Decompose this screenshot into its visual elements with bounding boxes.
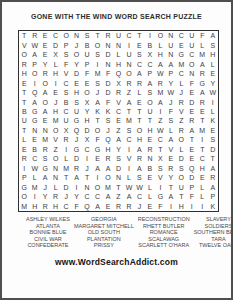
grid-cell: N <box>29 126 39 135</box>
grid-cell: O <box>50 126 60 135</box>
grid-cell: C <box>176 31 186 40</box>
grid-cell: T <box>187 135 197 144</box>
grid-cell: O <box>134 126 144 135</box>
grid-cell: O <box>19 50 29 59</box>
grid-cell: I <box>19 164 29 173</box>
grid-cell: E <box>166 154 176 163</box>
grid-cell: A <box>166 135 176 144</box>
grid-cell: C <box>29 154 39 163</box>
grid-cell: S <box>208 135 218 144</box>
grid-cell: I <box>166 202 176 211</box>
grid-cell: I <box>50 78 60 87</box>
grid-cell: W <box>155 126 165 135</box>
grid-cell: R <box>134 78 144 87</box>
grid-cell: S <box>113 154 123 163</box>
grid-cell: A <box>92 164 102 173</box>
grid-cell: A <box>124 192 134 201</box>
grid-cell: O <box>71 50 81 59</box>
grid-cell: J <box>61 192 71 201</box>
grid-cell: N <box>145 154 155 163</box>
grid-cell: T <box>208 154 218 163</box>
grid-cell: R <box>29 31 39 40</box>
grid-cell: A <box>29 97 39 106</box>
grid-cell: C <box>92 192 102 201</box>
grid-cell: E <box>113 116 123 125</box>
word-list-item: ROMANCE <box>138 229 190 236</box>
grid-cell: E <box>145 173 155 182</box>
grid-cell: T <box>19 88 29 97</box>
grid-cell: L <box>134 88 144 97</box>
grid-cell: H <box>29 202 39 211</box>
grid-cell: L <box>208 107 218 116</box>
grid-cell: A <box>197 88 207 97</box>
grid-cell: T <box>134 31 144 40</box>
grid-cell: Y <box>166 78 176 87</box>
grid-cell: R <box>176 97 186 106</box>
grid-cell: R <box>155 78 165 87</box>
grid-cell: T <box>134 107 144 116</box>
grid-cell: A <box>197 59 207 68</box>
grid-cell: A <box>92 202 102 211</box>
grid-cell: E <box>19 145 29 154</box>
grid-cell: O <box>103 173 113 182</box>
word-list-item: TARA <box>194 236 233 243</box>
grid-cell: B <box>82 40 92 49</box>
grid-cell: J <box>166 97 176 106</box>
grid-cell: A <box>103 192 113 201</box>
grid-cell: I <box>124 164 134 173</box>
word-list-item: ATLANTA <box>26 223 70 230</box>
grid-cell: M <box>155 88 165 97</box>
grid-cell: L <box>29 173 39 182</box>
grid-cell: J <box>103 126 113 135</box>
grid-cell: D <box>113 164 123 173</box>
grid-cell: L <box>155 40 165 49</box>
grid-cell: Z <box>124 88 134 97</box>
grid-cell: R <box>19 59 29 68</box>
grid-cell: E <box>40 31 50 40</box>
word-list-column: ASHLEY WILKESATLANTABONNIE BLUECIVIL WAR… <box>26 216 70 249</box>
word-list-column: GEORGIAMARGARET MITCHELLOLD SOUTHPLANTAT… <box>74 216 134 249</box>
grid-cell: S <box>61 50 71 59</box>
grid-cell: C <box>187 50 197 59</box>
grid-cell: O <box>40 78 50 87</box>
word-list: ASHLEY WILKESATLANTABONNIE BLUECIVIL WAR… <box>26 216 222 249</box>
grid-cell: C <box>61 78 71 87</box>
grid-cell: L <box>50 59 60 68</box>
grid-cell: O <box>29 69 39 78</box>
grid-cell: S <box>82 31 92 40</box>
grid-cell: C <box>197 154 207 163</box>
grid-cell: O <box>50 154 60 163</box>
grid-cell: T <box>134 116 144 125</box>
grid-cell: B <box>145 40 155 49</box>
grid-cell: E <box>208 69 218 78</box>
grid-cell: I <box>124 40 134 49</box>
grid-cell: N <box>40 126 50 135</box>
grid-cell: U <box>176 183 186 192</box>
grid-cell: A <box>166 192 176 201</box>
grid-cell: E <box>208 126 218 135</box>
grid-cell: U <box>187 40 197 49</box>
grid-cell: X <box>82 97 92 106</box>
word-list-item: SCALAWAG <box>138 236 190 243</box>
grid-cell: A <box>113 135 123 144</box>
grid-cell: Y <box>208 78 218 87</box>
grid-cell: W <box>208 88 218 97</box>
word-search-grid: TRECONSTRUCTIONCUFAVWEDPJBONNIEBLUEULSOA… <box>18 30 219 212</box>
grid-cell: Y <box>82 107 92 116</box>
grid-cell: T <box>197 116 207 125</box>
grid-cell: A <box>155 59 165 68</box>
word-list-item: SOLDIERS <box>194 223 233 230</box>
grid-cell: I <box>61 145 71 154</box>
grid-cell: U <box>187 31 197 40</box>
grid-cell: K <box>208 202 218 211</box>
grid-cell: F <box>71 202 81 211</box>
grid-cell: X <box>113 78 123 87</box>
grid-cell: D <box>103 88 113 97</box>
grid-cell: E <box>134 40 144 49</box>
grid-cell: H <box>208 50 218 59</box>
grid-cell: C <box>124 135 134 144</box>
word-list-item: SOUTHERN BELLE <box>194 229 233 236</box>
grid-cell: A <box>134 69 144 78</box>
grid-cell: N <box>50 173 60 182</box>
grid-cell: G <box>71 145 81 154</box>
grid-cell: R <box>124 202 134 211</box>
grid-cell: R <box>50 192 60 201</box>
grid-cell: M <box>124 116 134 125</box>
grid-cell: U <box>71 107 81 116</box>
word-list-item: MARGARET MITCHELL <box>74 223 134 230</box>
grid-cell: A <box>187 126 197 135</box>
grid-cell: R <box>40 69 50 78</box>
puzzle-title: GONE WITH THE WIND WORD SEARCH PUZZLE <box>2 13 231 20</box>
grid-cell: E <box>19 78 29 87</box>
grid-cell: L <box>166 126 176 135</box>
word-list-column: RECONSTRUCTIONRHETT BUTLERROMANCESCALAWA… <box>138 216 190 249</box>
grid-cell: C <box>134 192 144 201</box>
grid-cell: J <box>92 88 102 97</box>
grid-cell: G <box>92 145 102 154</box>
grid-cell: R <box>145 145 155 154</box>
grid-cell: H <box>134 135 144 144</box>
grid-cell: F <box>166 107 176 116</box>
grid-cell: G <box>155 192 165 201</box>
grid-cell: R <box>61 135 71 144</box>
grid-cell: I <box>92 59 102 68</box>
grid-cell: H <box>50 107 60 116</box>
website-url[interactable]: www.WordSearchAddict.com <box>2 257 231 267</box>
grid-cell: B <box>61 97 71 106</box>
grid-cell: Y <box>40 59 50 68</box>
word-list-item: PRISSY <box>74 242 134 249</box>
grid-cell: C <box>82 192 92 201</box>
grid-cell: F <box>82 69 92 78</box>
grid-cell: X <box>50 50 60 59</box>
grid-cell: X <box>61 126 71 135</box>
grid-cell: R <box>103 31 113 40</box>
grid-cell: P <box>208 192 218 201</box>
grid-cell: O <box>92 126 102 135</box>
grid-cell: A <box>145 78 155 87</box>
grid-cell: U <box>124 50 134 59</box>
grid-cell: I <box>145 31 155 40</box>
grid-cell: O <box>82 88 92 97</box>
grid-cell: R <box>208 173 218 182</box>
grid-cell: L <box>145 192 155 201</box>
grid-cell: W <box>29 40 39 49</box>
grid-cell: W <box>134 183 144 192</box>
grid-cell: A <box>134 164 144 173</box>
grid-cell: L <box>61 154 71 163</box>
grid-cell: S <box>103 116 113 125</box>
grid-cell: R <box>19 154 29 163</box>
grid-cell: A <box>166 59 176 68</box>
grid-cell: L <box>176 78 186 87</box>
grid-cell: E <box>145 135 155 144</box>
grid-cell: E <box>187 88 197 97</box>
grid-cell: T <box>92 116 102 125</box>
grid-cell: O <box>19 192 29 201</box>
grid-cell: T <box>197 145 207 154</box>
word-list-item: OLD SOUTH <box>74 229 134 236</box>
grid-cell: S <box>92 50 102 59</box>
grid-cell: C <box>61 202 71 211</box>
grid-cell: Q <box>71 126 81 135</box>
grid-cell: P <box>82 59 92 68</box>
grid-cell: X <box>155 154 165 163</box>
word-list-item: TWELVE OAKS <box>194 242 233 249</box>
grid-cell: A <box>29 50 39 59</box>
grid-cell: H <box>103 145 113 154</box>
grid-cell: A <box>208 164 218 173</box>
grid-cell: Y <box>40 192 50 201</box>
grid-cell: J <box>134 202 144 211</box>
grid-cell: L <box>208 59 218 68</box>
grid-cell: H <box>176 202 186 211</box>
grid-cell: U <box>166 40 176 49</box>
grid-cell: S <box>61 88 71 97</box>
grid-cell: H <box>145 126 155 135</box>
grid-cell: P <box>29 59 39 68</box>
grid-cell: A <box>40 107 50 116</box>
grid-cell: J <box>71 135 81 144</box>
grid-cell: R <box>124 78 134 87</box>
grid-cell: Z <box>155 116 165 125</box>
grid-cell: L <box>197 192 207 201</box>
grid-cell: M <box>197 126 207 135</box>
grid-cell: J <box>82 164 92 173</box>
grid-cell: E <box>29 135 39 144</box>
grid-cell: H <box>82 116 92 125</box>
grid-cell: I <box>155 107 165 116</box>
grid-cell: G <box>29 107 39 116</box>
grid-cell: I <box>197 135 207 144</box>
grid-cell: M <box>19 202 29 211</box>
grid-cell: M <box>103 183 113 192</box>
grid-cell: C <box>124 31 134 40</box>
grid-cell: P <box>145 69 155 78</box>
grid-cell: Q <box>29 88 39 97</box>
grid-cell: W <box>29 164 39 173</box>
grid-cell: V <box>124 154 134 163</box>
grid-cell: N <box>113 173 123 182</box>
grid-cell: R <box>187 116 197 125</box>
grid-cell: G <box>197 78 207 87</box>
grid-cell: V <box>166 145 176 154</box>
grid-cell: D <box>208 145 218 154</box>
grid-cell: R <box>197 69 207 78</box>
grid-cell: L <box>19 135 29 144</box>
grid-cell: I <box>29 78 39 87</box>
grid-cell: F <box>103 97 113 106</box>
grid-cell: E <box>50 88 60 97</box>
grid-cell: C <box>176 69 186 78</box>
grid-cell: F <box>187 192 197 201</box>
grid-cell: C <box>145 59 155 68</box>
grid-cell: I <box>71 183 81 192</box>
grid-cell: E <box>40 116 50 125</box>
grid-cell: A <box>134 145 144 154</box>
grid-cell: O <box>155 31 165 40</box>
grid-cell: S <box>40 154 50 163</box>
grid-cell: T <box>19 126 29 135</box>
grid-cell: L <box>197 40 207 49</box>
grid-cell: H <box>197 164 207 173</box>
grid-cell: I <box>155 183 165 192</box>
grid-cell: P <box>166 69 176 78</box>
grid-cell: J <box>71 40 81 49</box>
grid-cell: M <box>61 164 71 173</box>
word-list-item: PLANTATION <box>74 236 134 243</box>
grid-cell: A <box>103 164 113 173</box>
grid-cell: Y <box>71 192 81 201</box>
grid-cell: N <box>187 69 197 78</box>
grid-cell: E <box>197 173 207 182</box>
word-list-item: RECONSTRUCTION <box>138 216 190 223</box>
grid-cell: T <box>92 31 102 40</box>
grid-cell: O <box>61 31 71 40</box>
grid-cell: G <box>176 50 186 59</box>
grid-cell: D <box>176 154 186 163</box>
grid-cell: E <box>82 78 92 87</box>
grid-cell: K <box>103 107 113 116</box>
grid-cell: T <box>155 145 165 154</box>
grid-cell: P <box>61 40 71 49</box>
grid-cell: V <box>61 69 71 78</box>
word-list-item: ASHLEY WILKES <box>26 216 70 223</box>
grid-cell: B <box>19 107 29 116</box>
grid-cell: A <box>71 173 81 182</box>
grid-cell: A <box>40 173 50 182</box>
grid-cell: I <box>92 173 102 182</box>
grid-cell: H <box>113 59 123 68</box>
grid-cell: E <box>197 107 207 116</box>
grid-cell: S <box>208 40 218 49</box>
word-list-item: CIVIL WAR <box>26 236 70 243</box>
grid-cell: R <box>40 145 50 154</box>
grid-cell: L <box>176 145 186 154</box>
grid-cell: L <box>50 183 60 192</box>
grid-cell: R <box>134 154 144 163</box>
word-list-item: SLAVERY <box>194 216 233 223</box>
grid-cell: J <box>176 88 186 97</box>
grid-cell: L <box>197 183 207 192</box>
grid-cell: V <box>176 107 186 116</box>
grid-cell: S <box>71 97 81 106</box>
grid-cell: Y <box>71 59 81 68</box>
grid-cell: W <box>166 88 176 97</box>
grid-cell: J <box>50 97 60 106</box>
grid-cell: S <box>134 173 144 182</box>
grid-cell: H <box>50 69 60 78</box>
grid-cell: Z <box>176 116 186 125</box>
grid-cell: D <box>61 183 71 192</box>
grid-cell: T <box>19 97 29 106</box>
grid-cell: S <box>176 164 186 173</box>
grid-cell: M <box>176 59 186 68</box>
grid-cell: E <box>40 40 50 49</box>
grid-cell: Q <box>113 69 123 78</box>
word-list-item: BONNIE BLUE <box>26 229 70 236</box>
grid-cell: N <box>113 40 123 49</box>
grid-cell: U <box>82 50 92 59</box>
grid-cell: H <box>19 69 29 78</box>
grid-cell: A <box>208 183 218 192</box>
grid-cell: T <box>166 183 176 192</box>
grid-cell: Z <box>50 145 60 154</box>
word-list-column: SLAVERYSOLDIERSSOUTHERN BELLETARATWELVE … <box>194 216 233 249</box>
grid-cell: R <box>40 202 50 211</box>
grid-cell: C <box>155 135 165 144</box>
grid-cell: S <box>166 116 176 125</box>
grid-cell: M <box>197 50 207 59</box>
grid-cell: V <box>113 97 123 106</box>
grid-cell: F <box>92 135 102 144</box>
grid-cell: G <box>29 116 39 125</box>
grid-cell: S <box>134 50 144 59</box>
grid-cell: N <box>124 59 134 68</box>
grid-cell: X <box>82 135 92 144</box>
grid-cell: C <box>82 145 92 154</box>
grid-cell: O <box>176 135 186 144</box>
grid-cell: D <box>71 69 81 78</box>
grid-cell: H <box>155 50 165 59</box>
grid-cell: Z <box>113 192 123 201</box>
grid-cell: N <box>71 31 81 40</box>
word-list-item: RHETT BUTLER <box>138 223 190 230</box>
grid-cell: Y <box>113 145 123 154</box>
grid-cell: T <box>61 173 71 182</box>
word-list-item: SCARLETT O'HARA <box>138 242 190 249</box>
grid-cell: O <box>92 183 102 192</box>
grid-cell: Z <box>113 126 123 135</box>
grid-cell: G <box>40 164 50 173</box>
grid-cell: A <box>40 88 50 97</box>
grid-cell: M <box>92 69 102 78</box>
word-list-item: GEORGIA <box>74 216 134 223</box>
grid-cell: W <box>155 69 165 78</box>
grid-cell: E <box>103 202 113 211</box>
grid-cell: B <box>145 164 155 173</box>
grid-cell: G <box>19 183 29 192</box>
grid-cell: E <box>92 154 102 163</box>
grid-cell: I <box>208 97 218 106</box>
grid-cell: W <box>124 183 134 192</box>
grid-cell: C <box>113 107 123 116</box>
